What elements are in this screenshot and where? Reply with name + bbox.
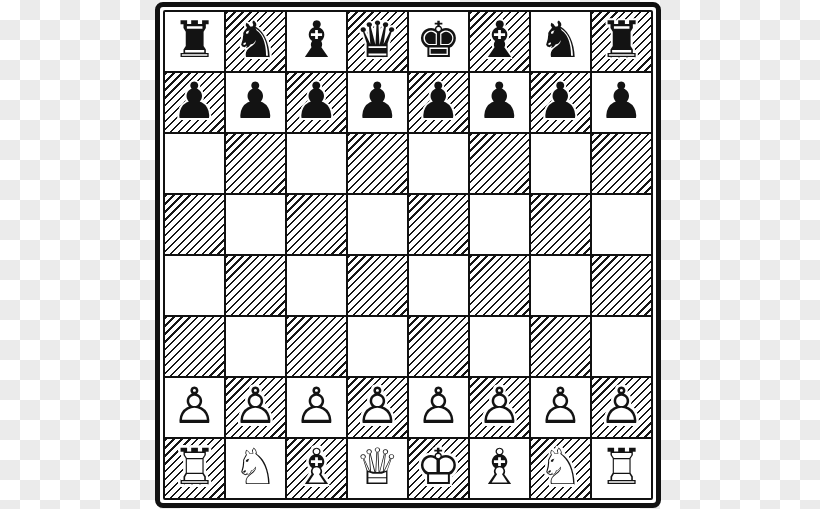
black-rook-icon-a8: ♜ bbox=[165, 12, 224, 71]
black-pawn-icon-b7: ♟ bbox=[226, 73, 285, 132]
square-g7: ♟ bbox=[531, 73, 590, 132]
white-pawn-icon-f2: ♟♙ bbox=[470, 378, 529, 437]
white-knight-icon-b1: ♞♘ bbox=[226, 439, 285, 498]
square-e1: ♚♔ bbox=[409, 439, 468, 498]
white-bishop-icon-f1: ♝♗ bbox=[470, 439, 529, 498]
square-f5 bbox=[470, 195, 529, 254]
black-pawn-icon-f7: ♟ bbox=[470, 73, 529, 132]
white-king-icon-e1: ♚♔ bbox=[409, 439, 468, 498]
page-background: { "game": "chess", "diagram": "Standard … bbox=[0, 0, 820, 509]
square-c8: ♝ bbox=[287, 12, 346, 71]
black-rook-icon-h8: ♜ bbox=[592, 12, 651, 71]
black-king-icon-e8: ♚ bbox=[409, 12, 468, 71]
square-c3 bbox=[287, 317, 346, 376]
square-c1: ♝♗ bbox=[287, 439, 346, 498]
square-h5 bbox=[592, 195, 651, 254]
chess-board-grid: ♜♞♝♛♚♝♞♜♟♟♟♟♟♟♟♟♟♙♟♙♟♙♟♙♟♙♟♙♟♙♟♙♜♖♞♘♝♗♛♕… bbox=[163, 10, 653, 500]
square-e3 bbox=[409, 317, 468, 376]
square-f7: ♟ bbox=[470, 73, 529, 132]
square-c2: ♟♙ bbox=[287, 378, 346, 437]
white-pawn-icon-a2: ♟♙ bbox=[165, 378, 224, 437]
white-bishop-icon-c1: ♝♗ bbox=[287, 439, 346, 498]
square-c5 bbox=[287, 195, 346, 254]
square-f8: ♝ bbox=[470, 12, 529, 71]
square-d7: ♟ bbox=[348, 73, 407, 132]
black-pawn-icon-a7: ♟ bbox=[165, 73, 224, 132]
square-e5 bbox=[409, 195, 468, 254]
square-b7: ♟ bbox=[226, 73, 285, 132]
square-h8: ♜ bbox=[592, 12, 651, 71]
square-b5 bbox=[226, 195, 285, 254]
square-b1: ♞♘ bbox=[226, 439, 285, 498]
square-d8: ♛ bbox=[348, 12, 407, 71]
square-f1: ♝♗ bbox=[470, 439, 529, 498]
white-pawn-icon-h2: ♟♙ bbox=[592, 378, 651, 437]
square-a2: ♟♙ bbox=[165, 378, 224, 437]
square-g6 bbox=[531, 134, 590, 193]
square-g5 bbox=[531, 195, 590, 254]
square-a4 bbox=[165, 256, 224, 315]
white-pawn-icon-b2: ♟♙ bbox=[226, 378, 285, 437]
square-d3 bbox=[348, 317, 407, 376]
square-h6 bbox=[592, 134, 651, 193]
square-g3 bbox=[531, 317, 590, 376]
square-e7: ♟ bbox=[409, 73, 468, 132]
square-a6 bbox=[165, 134, 224, 193]
black-pawn-icon-h7: ♟ bbox=[592, 73, 651, 132]
square-d2: ♟♙ bbox=[348, 378, 407, 437]
square-c7: ♟ bbox=[287, 73, 346, 132]
square-b6 bbox=[226, 134, 285, 193]
square-c6 bbox=[287, 134, 346, 193]
chess-board: ♜♞♝♛♚♝♞♜♟♟♟♟♟♟♟♟♟♙♟♙♟♙♟♙♟♙♟♙♟♙♟♙♜♖♞♘♝♗♛♕… bbox=[155, 2, 661, 508]
square-a3 bbox=[165, 317, 224, 376]
white-pawn-icon-e2: ♟♙ bbox=[409, 378, 468, 437]
square-h3 bbox=[592, 317, 651, 376]
black-bishop-icon-c8: ♝ bbox=[287, 12, 346, 71]
square-g4 bbox=[531, 256, 590, 315]
square-b2: ♟♙ bbox=[226, 378, 285, 437]
square-g1: ♞♘ bbox=[531, 439, 590, 498]
square-f2: ♟♙ bbox=[470, 378, 529, 437]
black-pawn-icon-e7: ♟ bbox=[409, 73, 468, 132]
square-g2: ♟♙ bbox=[531, 378, 590, 437]
square-d6 bbox=[348, 134, 407, 193]
square-b3 bbox=[226, 317, 285, 376]
square-b4 bbox=[226, 256, 285, 315]
white-pawn-icon-g2: ♟♙ bbox=[531, 378, 590, 437]
square-a5 bbox=[165, 195, 224, 254]
black-pawn-icon-c7: ♟ bbox=[287, 73, 346, 132]
square-d1: ♛♕ bbox=[348, 439, 407, 498]
square-e6 bbox=[409, 134, 468, 193]
square-f3 bbox=[470, 317, 529, 376]
white-rook-icon-h1: ♜♖ bbox=[592, 439, 651, 498]
black-pawn-icon-d7: ♟ bbox=[348, 73, 407, 132]
square-e2: ♟♙ bbox=[409, 378, 468, 437]
square-a8: ♜ bbox=[165, 12, 224, 71]
square-h2: ♟♙ bbox=[592, 378, 651, 437]
white-rook-icon-a1: ♜♖ bbox=[165, 439, 224, 498]
white-pawn-icon-d2: ♟♙ bbox=[348, 378, 407, 437]
black-queen-icon-d8: ♛ bbox=[348, 12, 407, 71]
black-bishop-icon-f8: ♝ bbox=[470, 12, 529, 71]
square-a1: ♜♖ bbox=[165, 439, 224, 498]
white-pawn-icon-c2: ♟♙ bbox=[287, 378, 346, 437]
black-pawn-icon-g7: ♟ bbox=[531, 73, 590, 132]
square-a7: ♟ bbox=[165, 73, 224, 132]
square-d4 bbox=[348, 256, 407, 315]
square-g8: ♞ bbox=[531, 12, 590, 71]
square-f4 bbox=[470, 256, 529, 315]
square-b8: ♞ bbox=[226, 12, 285, 71]
square-h4 bbox=[592, 256, 651, 315]
square-e8: ♚ bbox=[409, 12, 468, 71]
white-queen-icon-d1: ♛♕ bbox=[348, 439, 407, 498]
black-knight-icon-g8: ♞ bbox=[531, 12, 590, 71]
white-knight-icon-g1: ♞♘ bbox=[531, 439, 590, 498]
square-e4 bbox=[409, 256, 468, 315]
square-h7: ♟ bbox=[592, 73, 651, 132]
square-c4 bbox=[287, 256, 346, 315]
black-knight-icon-b8: ♞ bbox=[226, 12, 285, 71]
square-h1: ♜♖ bbox=[592, 439, 651, 498]
square-f6 bbox=[470, 134, 529, 193]
square-d5 bbox=[348, 195, 407, 254]
